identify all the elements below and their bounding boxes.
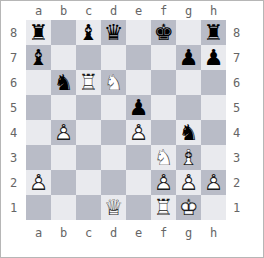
white-pawn-piece: ♙ bbox=[176, 170, 201, 195]
white-n-fill: ♞ bbox=[101, 70, 126, 95]
file-label-bottom-f: f bbox=[151, 220, 176, 257]
square-d6[interactable]: ♞♘ bbox=[101, 70, 126, 95]
square-c2[interactable] bbox=[76, 170, 101, 195]
square-f5[interactable] bbox=[151, 95, 176, 120]
square-e2[interactable] bbox=[126, 170, 151, 195]
square-c6[interactable]: ♜♖ bbox=[76, 70, 101, 95]
white-queen-piece: ♕ bbox=[101, 195, 126, 220]
square-f3[interactable]: ♞♘ bbox=[151, 145, 176, 170]
square-e4[interactable]: ♟♙ bbox=[126, 120, 151, 145]
white-rook-piece: ♖ bbox=[76, 70, 101, 95]
square-g5[interactable] bbox=[176, 95, 201, 120]
square-g6[interactable] bbox=[176, 70, 201, 95]
square-g4[interactable]: ♞ bbox=[176, 120, 201, 145]
corner-top-left bbox=[1, 1, 26, 20]
square-f6[interactable] bbox=[151, 70, 176, 95]
white-p-fill: ♟ bbox=[151, 170, 176, 195]
chess-diagram: abcdefgh 8♜♝♛♚♜87♝♟♟76♞♜♖♞♘65♟54♟♙♟♙♞43♞… bbox=[0, 0, 264, 258]
square-h2[interactable]: ♟♙ bbox=[201, 170, 226, 195]
file-label-bottom-a: a bbox=[26, 220, 51, 257]
file-label-bottom-g: g bbox=[176, 220, 201, 257]
white-pawn-piece: ♙ bbox=[201, 170, 226, 195]
square-d2[interactable] bbox=[101, 170, 126, 195]
rank-label-right-7: 7 bbox=[226, 45, 263, 70]
rank-label-right-3: 3 bbox=[226, 145, 263, 170]
square-e7[interactable] bbox=[126, 45, 151, 70]
white-q-fill: ♛ bbox=[101, 195, 126, 220]
rank-label-left-3: 3 bbox=[1, 145, 26, 170]
square-c3[interactable] bbox=[76, 145, 101, 170]
square-f7[interactable] bbox=[151, 45, 176, 70]
square-f4[interactable] bbox=[151, 120, 176, 145]
white-r-fill: ♜ bbox=[76, 70, 101, 95]
file-label-bottom-h: h bbox=[201, 220, 226, 257]
square-a5[interactable] bbox=[26, 95, 51, 120]
rank-label-left-1: 1 bbox=[1, 195, 26, 220]
square-a8[interactable]: ♜ bbox=[26, 20, 51, 45]
square-f2[interactable]: ♟♙ bbox=[151, 170, 176, 195]
rank-label-left-7: 7 bbox=[1, 45, 26, 70]
square-e1[interactable] bbox=[126, 195, 151, 220]
file-label-bottom-d: d bbox=[101, 220, 126, 257]
rank-label-right-5: 5 bbox=[226, 95, 263, 120]
white-p-fill: ♟ bbox=[176, 170, 201, 195]
rank-label-right-6: 6 bbox=[226, 70, 263, 95]
square-c4[interactable] bbox=[76, 120, 101, 145]
white-pawn-piece: ♙ bbox=[26, 170, 51, 195]
file-label-top-h: h bbox=[201, 1, 226, 20]
white-pawn-piece: ♙ bbox=[126, 120, 151, 145]
corner-bottom-left bbox=[1, 220, 26, 257]
square-b3[interactable] bbox=[51, 145, 76, 170]
square-h5[interactable] bbox=[201, 95, 226, 120]
square-f1[interactable]: ♜♖ bbox=[151, 195, 176, 220]
black-knight-piece: ♞ bbox=[51, 70, 76, 95]
square-e5[interactable]: ♟ bbox=[126, 95, 151, 120]
file-label-bottom-b: b bbox=[51, 220, 76, 257]
square-g3[interactable]: ♝♗ bbox=[176, 145, 201, 170]
white-bishop-piece: ♗ bbox=[176, 145, 201, 170]
square-b7[interactable] bbox=[51, 45, 76, 70]
square-g2[interactable]: ♟♙ bbox=[176, 170, 201, 195]
square-d4[interactable] bbox=[101, 120, 126, 145]
square-a3[interactable] bbox=[26, 145, 51, 170]
black-knight-piece: ♞ bbox=[176, 120, 201, 145]
square-a6[interactable] bbox=[26, 70, 51, 95]
square-b8[interactable] bbox=[51, 20, 76, 45]
white-king-piece: ♔ bbox=[176, 195, 201, 220]
square-h3[interactable] bbox=[201, 145, 226, 170]
square-a2[interactable]: ♟♙ bbox=[26, 170, 51, 195]
square-c7[interactable] bbox=[76, 45, 101, 70]
white-p-fill: ♟ bbox=[126, 120, 151, 145]
white-k-fill: ♚ bbox=[176, 195, 201, 220]
rank-label-left-8: 8 bbox=[1, 20, 26, 45]
file-label-top-b: b bbox=[51, 1, 76, 20]
white-r-fill: ♜ bbox=[151, 195, 176, 220]
white-p-fill: ♟ bbox=[51, 120, 76, 145]
file-label-top-c: c bbox=[76, 1, 101, 20]
rank-label-left-2: 2 bbox=[1, 170, 26, 195]
file-label-bottom-c: c bbox=[76, 220, 101, 257]
black-bishop-piece: ♝ bbox=[76, 20, 101, 45]
corner-bottom-right bbox=[226, 220, 263, 257]
square-g1[interactable]: ♚♔ bbox=[176, 195, 201, 220]
square-f8[interactable]: ♚ bbox=[151, 20, 176, 45]
file-label-top-e: e bbox=[126, 1, 151, 20]
square-h1[interactable] bbox=[201, 195, 226, 220]
square-b1[interactable] bbox=[51, 195, 76, 220]
black-pawn-piece: ♟ bbox=[176, 45, 201, 70]
rank-label-left-5: 5 bbox=[1, 95, 26, 120]
rank-label-right-8: 8 bbox=[226, 20, 263, 45]
white-pawn-piece: ♙ bbox=[151, 170, 176, 195]
black-rook-piece: ♜ bbox=[26, 20, 51, 45]
square-b2[interactable] bbox=[51, 170, 76, 195]
file-label-top-g: g bbox=[176, 1, 201, 20]
file-label-bottom-e: e bbox=[126, 220, 151, 257]
black-rook-piece: ♜ bbox=[201, 20, 226, 45]
white-b-fill: ♝ bbox=[176, 145, 201, 170]
square-d7[interactable] bbox=[101, 45, 126, 70]
square-d3[interactable] bbox=[101, 145, 126, 170]
square-h8[interactable]: ♜ bbox=[201, 20, 226, 45]
square-c8[interactable]: ♝ bbox=[76, 20, 101, 45]
square-e6[interactable] bbox=[126, 70, 151, 95]
rank-label-right-1: 1 bbox=[226, 195, 263, 220]
square-d5[interactable] bbox=[101, 95, 126, 120]
file-label-top-d: d bbox=[101, 1, 126, 20]
square-b5[interactable] bbox=[51, 95, 76, 120]
square-c1[interactable] bbox=[76, 195, 101, 220]
corner-top-right bbox=[226, 1, 263, 20]
square-d1[interactable]: ♛♕ bbox=[101, 195, 126, 220]
black-bishop-piece: ♝ bbox=[26, 45, 51, 70]
square-e3[interactable] bbox=[126, 145, 151, 170]
square-b4[interactable]: ♟♙ bbox=[51, 120, 76, 145]
square-h7[interactable]: ♟ bbox=[201, 45, 226, 70]
square-d8[interactable]: ♛ bbox=[101, 20, 126, 45]
black-pawn-piece: ♟ bbox=[201, 45, 226, 70]
black-queen-piece: ♛ bbox=[101, 20, 126, 45]
black-pawn-piece: ♟ bbox=[126, 95, 151, 120]
square-h4[interactable] bbox=[201, 120, 226, 145]
square-a4[interactable] bbox=[26, 120, 51, 145]
square-a7[interactable]: ♝ bbox=[26, 45, 51, 70]
rank-label-left-4: 4 bbox=[1, 120, 26, 145]
rank-label-right-2: 2 bbox=[226, 170, 263, 195]
square-a1[interactable] bbox=[26, 195, 51, 220]
white-rook-piece: ♖ bbox=[151, 195, 176, 220]
file-label-top-a: a bbox=[26, 1, 51, 20]
square-c5[interactable] bbox=[76, 95, 101, 120]
square-h6[interactable] bbox=[201, 70, 226, 95]
black-king-piece: ♚ bbox=[151, 20, 176, 45]
white-knight-piece: ♘ bbox=[101, 70, 126, 95]
white-p-fill: ♟ bbox=[201, 170, 226, 195]
file-label-top-f: f bbox=[151, 1, 176, 20]
square-b6[interactable]: ♞ bbox=[51, 70, 76, 95]
white-n-fill: ♞ bbox=[151, 145, 176, 170]
white-pawn-piece: ♙ bbox=[51, 120, 76, 145]
square-e8[interactable] bbox=[126, 20, 151, 45]
white-knight-piece: ♘ bbox=[151, 145, 176, 170]
square-g8[interactable] bbox=[176, 20, 201, 45]
rank-label-left-6: 6 bbox=[1, 70, 26, 95]
rank-label-right-4: 4 bbox=[226, 120, 263, 145]
white-p-fill: ♟ bbox=[26, 170, 51, 195]
square-g7[interactable]: ♟ bbox=[176, 45, 201, 70]
